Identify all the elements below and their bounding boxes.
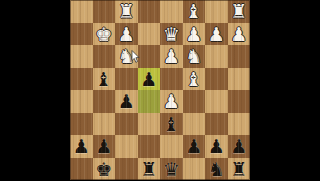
square-d3[interactable]: ♟ [160, 45, 183, 68]
square-a8[interactable]: ♜ [228, 158, 251, 181]
square-c2[interactable]: ♟ [183, 23, 206, 46]
square-b2[interactable]: ♟ [205, 23, 228, 46]
square-a3[interactable] [228, 45, 251, 68]
square-e6[interactable] [138, 113, 161, 136]
square-f1[interactable]: ♜ [115, 0, 138, 23]
square-h3[interactable] [70, 45, 93, 68]
square-g6[interactable] [93, 113, 116, 136]
square-d4[interactable] [160, 68, 183, 91]
square-b1[interactable] [205, 0, 228, 23]
piece-white-bishop: ♝ [185, 68, 202, 90]
piece-white-rook: ♜ [118, 0, 135, 22]
piece-white-knight: ♞ [118, 45, 135, 67]
square-a1[interactable]: ♜ [228, 0, 251, 23]
square-a2[interactable]: ♟ [228, 23, 251, 46]
square-c1[interactable]: ♝ [183, 0, 206, 23]
piece-white-pawn: ♟ [163, 90, 180, 112]
square-g4[interactable]: ♝ [93, 68, 116, 91]
square-f5[interactable]: ♟ [115, 90, 138, 113]
piece-black-rook: ♜ [230, 158, 247, 180]
square-f6[interactable] [115, 113, 138, 136]
square-a5[interactable] [228, 90, 251, 113]
square-f7[interactable] [115, 135, 138, 158]
piece-black-pawn: ♟ [118, 90, 135, 112]
square-e4[interactable]: ♟ [138, 68, 161, 91]
piece-black-king: ♚ [95, 158, 112, 180]
square-h2[interactable] [70, 23, 93, 46]
square-f2[interactable]: ♟ [115, 23, 138, 46]
square-h1[interactable] [70, 0, 93, 23]
square-h4[interactable] [70, 68, 93, 91]
square-c3[interactable]: ♞ [183, 45, 206, 68]
piece-black-pawn: ♟ [140, 68, 157, 90]
square-a7[interactable]: ♟ [228, 135, 251, 158]
piece-white-bishop: ♝ [185, 0, 202, 22]
square-d8[interactable]: ♛ [160, 158, 183, 181]
piece-black-pawn: ♟ [185, 135, 202, 157]
piece-white-knight: ♞ [185, 45, 202, 67]
square-f8[interactable] [115, 158, 138, 181]
piece-black-pawn: ♟ [208, 135, 225, 157]
square-b7[interactable]: ♟ [205, 135, 228, 158]
square-b3[interactable] [205, 45, 228, 68]
square-g8[interactable]: ♚ [93, 158, 116, 181]
square-g1[interactable] [93, 0, 116, 23]
piece-black-bishop: ♝ [95, 68, 112, 90]
video-frame: ♜♝♜♚♟♛♟♟♟♞♟♞♝♟♝♟♟♝♟♟♟♟♟♚♜♛♞♜ [0, 0, 320, 180]
chess-board: ♜♝♜♚♟♛♟♟♟♞♟♞♝♟♝♟♟♝♟♟♟♟♟♚♜♛♞♜ [70, 0, 250, 180]
square-b6[interactable] [205, 113, 228, 136]
piece-white-pawn: ♟ [163, 45, 180, 67]
square-e3[interactable] [138, 45, 161, 68]
square-h8[interactable] [70, 158, 93, 181]
square-b4[interactable] [205, 68, 228, 91]
piece-white-pawn: ♟ [185, 23, 202, 45]
piece-black-pawn: ♟ [230, 135, 247, 157]
piece-black-bishop: ♝ [163, 113, 180, 135]
square-c6[interactable] [183, 113, 206, 136]
square-a6[interactable] [228, 113, 251, 136]
square-e8[interactable]: ♜ [138, 158, 161, 181]
letterbox-left [0, 0, 70, 180]
letterbox-right [250, 0, 320, 180]
square-h6[interactable] [70, 113, 93, 136]
piece-white-rook: ♜ [230, 0, 247, 22]
square-c7[interactable]: ♟ [183, 135, 206, 158]
piece-black-pawn: ♟ [95, 135, 112, 157]
piece-white-king: ♚ [95, 23, 112, 45]
piece-black-pawn: ♟ [73, 135, 90, 157]
square-d1[interactable] [160, 0, 183, 23]
square-c8[interactable] [183, 158, 206, 181]
square-e2[interactable] [138, 23, 161, 46]
square-c5[interactable] [183, 90, 206, 113]
square-g2[interactable]: ♚ [93, 23, 116, 46]
piece-white-pawn: ♟ [230, 23, 247, 45]
square-f4[interactable] [115, 68, 138, 91]
piece-white-pawn: ♟ [118, 23, 135, 45]
square-c4[interactable]: ♝ [183, 68, 206, 91]
piece-white-pawn: ♟ [208, 23, 225, 45]
square-b8[interactable]: ♞ [205, 158, 228, 181]
square-h7[interactable]: ♟ [70, 135, 93, 158]
square-g7[interactable]: ♟ [93, 135, 116, 158]
piece-black-rook: ♜ [140, 158, 157, 180]
square-a4[interactable] [228, 68, 251, 91]
square-e7[interactable] [138, 135, 161, 158]
square-e5[interactable] [138, 90, 161, 113]
square-h5[interactable] [70, 90, 93, 113]
square-b5[interactable] [205, 90, 228, 113]
square-g3[interactable] [93, 45, 116, 68]
square-d2[interactable]: ♛ [160, 23, 183, 46]
square-f3[interactable]: ♞ [115, 45, 138, 68]
square-d5[interactable]: ♟ [160, 90, 183, 113]
piece-black-knight: ♞ [208, 158, 225, 180]
piece-white-queen: ♛ [163, 23, 180, 45]
piece-black-queen: ♛ [163, 158, 180, 180]
square-d6[interactable]: ♝ [160, 113, 183, 136]
square-g5[interactable] [93, 90, 116, 113]
square-d7[interactable] [160, 135, 183, 158]
square-e1[interactable] [138, 0, 161, 23]
